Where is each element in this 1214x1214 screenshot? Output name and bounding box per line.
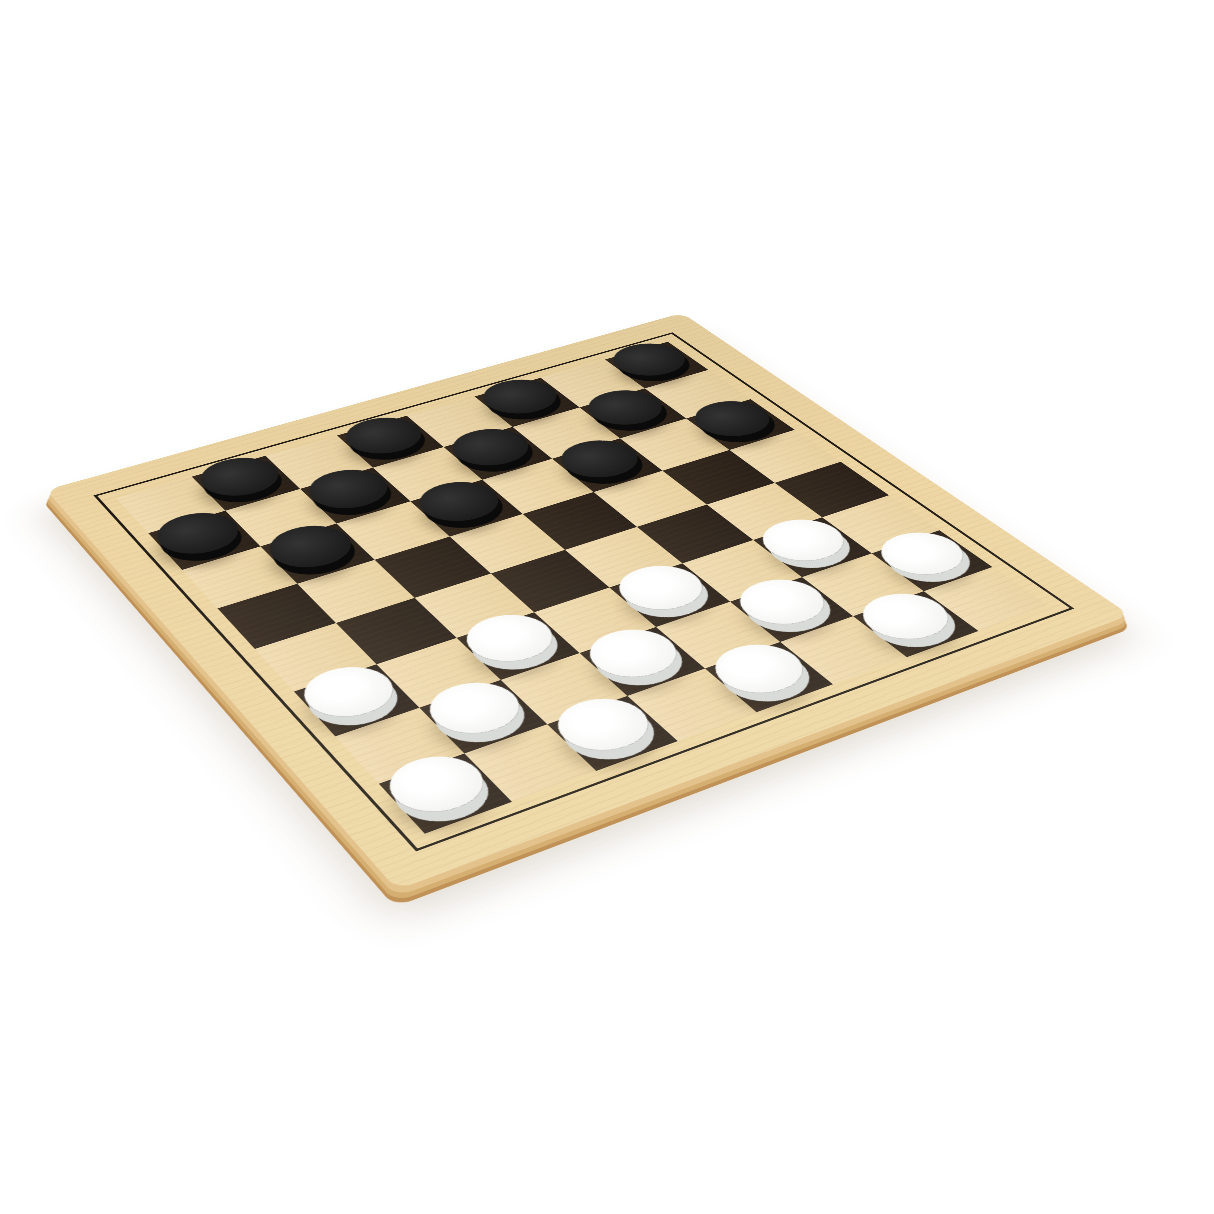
product-photo-scene — [0, 0, 1214, 1214]
playing-grid — [116, 342, 1048, 834]
checkers-board — [46, 313, 1130, 890]
